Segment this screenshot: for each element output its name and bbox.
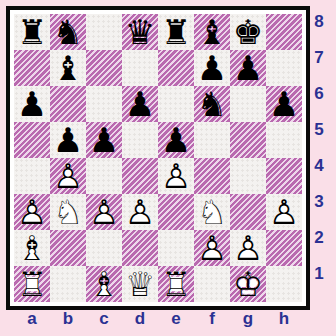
chess-board[interactable]: ♜♞♛♜♝♚♝♟♟♟♟♞♟♟♟♟♟♙♟♙♟♙♞♘♟♙♟♙♞♘♟♙♝♗♟♙♟♙♜♖… [14, 14, 302, 302]
square-h6[interactable]: ♟ [266, 86, 302, 122]
rank-label-6: 6 [307, 76, 331, 112]
square-e7[interactable] [158, 50, 194, 86]
square-b2[interactable] [50, 230, 86, 266]
rank-label-2: 2 [307, 220, 331, 256]
rank-label-3: 3 [307, 184, 331, 220]
white-bishop: ♝♗ [14, 230, 50, 266]
square-c5[interactable]: ♟ [86, 122, 122, 158]
file-label-a: a [14, 308, 50, 330]
black-pawn: ♟ [86, 122, 122, 158]
white-bishop: ♝♗ [86, 266, 122, 302]
square-d1[interactable]: ♛♕ [122, 266, 158, 302]
square-b3[interactable]: ♞♘ [50, 194, 86, 230]
square-f8[interactable]: ♝ [194, 14, 230, 50]
square-b7[interactable]: ♝ [50, 50, 86, 86]
white-knight: ♞♘ [50, 194, 86, 230]
square-b4[interactable]: ♟♙ [50, 158, 86, 194]
black-king: ♚ [230, 14, 266, 50]
square-e4[interactable]: ♟♙ [158, 158, 194, 194]
square-a8[interactable]: ♜ [14, 14, 50, 50]
square-e2[interactable] [158, 230, 194, 266]
square-e1[interactable]: ♜♖ [158, 266, 194, 302]
square-a3[interactable]: ♟♙ [14, 194, 50, 230]
square-g2[interactable]: ♟♙ [230, 230, 266, 266]
square-c6[interactable] [86, 86, 122, 122]
white-pawn: ♟♙ [14, 194, 50, 230]
black-bishop: ♝ [50, 50, 86, 86]
square-e6[interactable] [158, 86, 194, 122]
black-queen: ♛ [122, 14, 158, 50]
black-pawn: ♟ [158, 122, 194, 158]
square-g7[interactable]: ♟ [230, 50, 266, 86]
white-rook: ♜♖ [14, 266, 50, 302]
square-g4[interactable] [230, 158, 266, 194]
square-a4[interactable] [14, 158, 50, 194]
black-knight: ♞ [50, 14, 86, 50]
square-c4[interactable] [86, 158, 122, 194]
square-g8[interactable]: ♚ [230, 14, 266, 50]
square-c8[interactable] [86, 14, 122, 50]
square-b6[interactable] [50, 86, 86, 122]
square-f1[interactable] [194, 266, 230, 302]
white-pawn: ♟♙ [86, 194, 122, 230]
black-pawn: ♟ [266, 86, 302, 122]
white-pawn: ♟♙ [230, 230, 266, 266]
square-g6[interactable] [230, 86, 266, 122]
rank-label-8: 8 [307, 4, 331, 40]
white-pawn: ♟♙ [266, 194, 302, 230]
square-d3[interactable]: ♟♙ [122, 194, 158, 230]
rank-label-1: 1 [307, 256, 331, 292]
square-g5[interactable] [230, 122, 266, 158]
square-g1[interactable]: ♚♔ [230, 266, 266, 302]
square-a5[interactable] [14, 122, 50, 158]
square-f7[interactable]: ♟ [194, 50, 230, 86]
white-queen: ♛♕ [122, 266, 158, 302]
white-knight: ♞♘ [194, 194, 230, 230]
square-b8[interactable]: ♞ [50, 14, 86, 50]
square-h3[interactable]: ♟♙ [266, 194, 302, 230]
square-d7[interactable] [122, 50, 158, 86]
square-f4[interactable] [194, 158, 230, 194]
square-h7[interactable] [266, 50, 302, 86]
square-b5[interactable]: ♟ [50, 122, 86, 158]
square-e3[interactable] [158, 194, 194, 230]
square-e8[interactable]: ♜ [158, 14, 194, 50]
black-knight: ♞ [194, 86, 230, 122]
square-h1[interactable] [266, 266, 302, 302]
file-label-g: g [230, 308, 266, 330]
black-pawn: ♟ [122, 86, 158, 122]
white-rook: ♜♖ [158, 266, 194, 302]
white-pawn: ♟♙ [50, 158, 86, 194]
square-f5[interactable] [194, 122, 230, 158]
square-a1[interactable]: ♜♖ [14, 266, 50, 302]
file-label-b: b [50, 308, 86, 330]
square-d5[interactable] [122, 122, 158, 158]
rank-labels: 87654321 [307, 14, 331, 302]
square-b1[interactable] [50, 266, 86, 302]
file-label-d: d [122, 308, 158, 330]
square-e5[interactable]: ♟ [158, 122, 194, 158]
file-label-h: h [266, 308, 302, 330]
square-a7[interactable] [14, 50, 50, 86]
square-d6[interactable]: ♟ [122, 86, 158, 122]
black-pawn: ♟ [230, 50, 266, 86]
rank-label-7: 7 [307, 40, 331, 76]
square-f6[interactable]: ♞ [194, 86, 230, 122]
square-h8[interactable] [266, 14, 302, 50]
square-g3[interactable] [230, 194, 266, 230]
square-c3[interactable]: ♟♙ [86, 194, 122, 230]
black-pawn: ♟ [14, 86, 50, 122]
white-king: ♚♔ [230, 266, 266, 302]
white-pawn: ♟♙ [122, 194, 158, 230]
square-h2[interactable] [266, 230, 302, 266]
square-d4[interactable] [122, 158, 158, 194]
square-d2[interactable] [122, 230, 158, 266]
black-pawn: ♟ [50, 122, 86, 158]
file-label-e: e [158, 308, 194, 330]
black-bishop: ♝ [194, 14, 230, 50]
square-h5[interactable] [266, 122, 302, 158]
file-labels: abcdefgh [14, 308, 302, 330]
black-pawn: ♟ [194, 50, 230, 86]
square-d8[interactable]: ♛ [122, 14, 158, 50]
square-a2[interactable]: ♝♗ [14, 230, 50, 266]
chess-board-frame: ♜♞♛♜♝♚♝♟♟♟♟♞♟♟♟♟♟♙♟♙♟♙♞♘♟♙♟♙♞♘♟♙♝♗♟♙♟♙♜♖… [6, 6, 310, 310]
rank-label-5: 5 [307, 112, 331, 148]
white-pawn: ♟♙ [158, 158, 194, 194]
square-f2[interactable]: ♟♙ [194, 230, 230, 266]
rank-label-4: 4 [307, 148, 331, 184]
square-c2[interactable] [86, 230, 122, 266]
square-c7[interactable] [86, 50, 122, 86]
file-label-c: c [86, 308, 122, 330]
square-f3[interactable]: ♞♘ [194, 194, 230, 230]
black-rook: ♜ [14, 14, 50, 50]
file-label-f: f [194, 308, 230, 330]
white-pawn: ♟♙ [194, 230, 230, 266]
square-h4[interactable] [266, 158, 302, 194]
square-c1[interactable]: ♝♗ [86, 266, 122, 302]
square-a6[interactable]: ♟ [14, 86, 50, 122]
black-rook: ♜ [158, 14, 194, 50]
